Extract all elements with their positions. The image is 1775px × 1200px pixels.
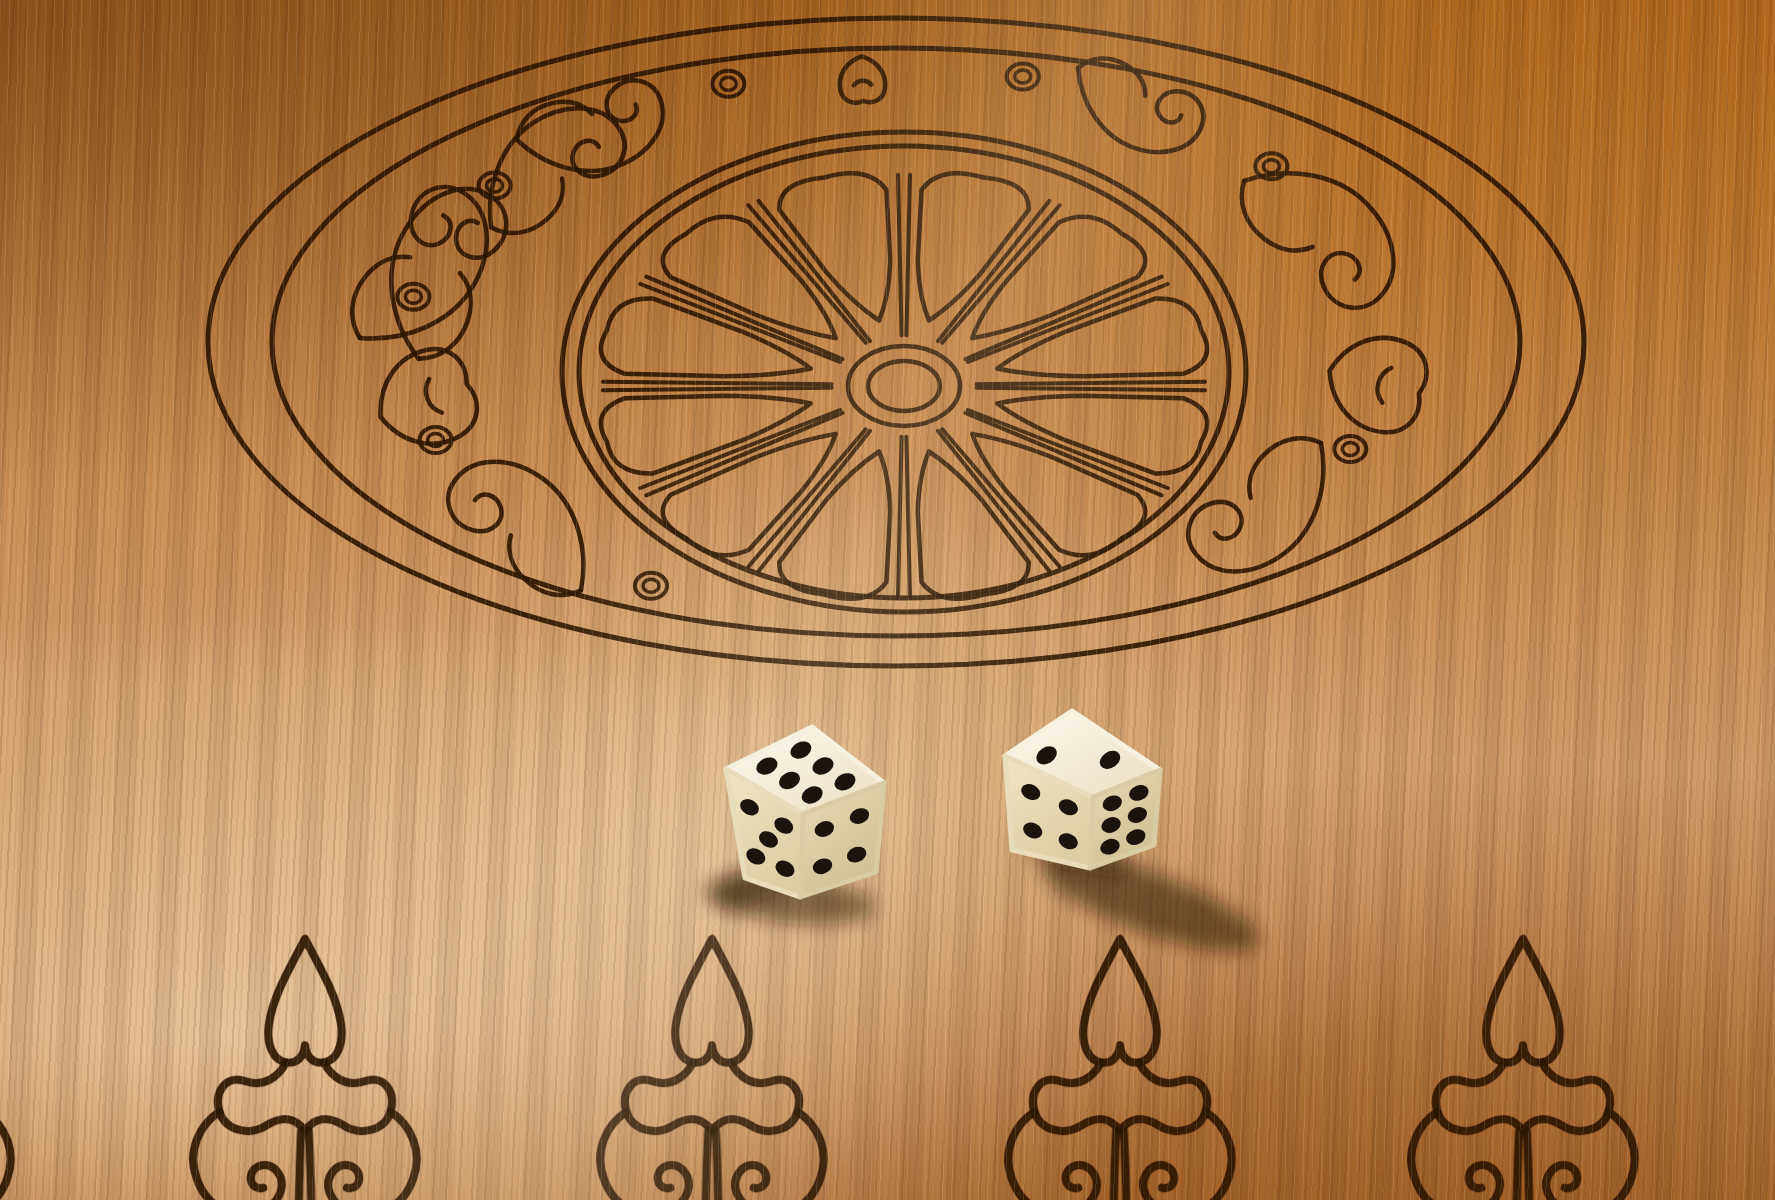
right-die[interactable] bbox=[1005, 711, 1160, 868]
dice-layer bbox=[0, 0, 1775, 1200]
left-die[interactable] bbox=[726, 727, 884, 897]
backgammon-board-photo bbox=[0, 0, 1775, 1200]
